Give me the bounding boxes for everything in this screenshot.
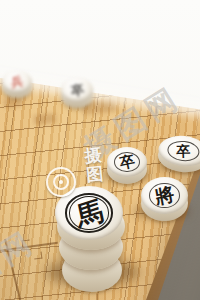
watermark-logo-dot	[59, 180, 63, 184]
piece-character: 兵	[10, 75, 24, 89]
piece-face: 將	[141, 177, 188, 214]
piece-character: 卒	[69, 82, 84, 97]
piece-soldier-blurred-center: 卒	[61, 78, 93, 110]
piece-character: 卒	[176, 144, 190, 158]
piece-stack: 馬	[55, 186, 127, 296]
piece-soldier-corner: 卒	[156, 133, 200, 176]
piece-character: 馬	[73, 196, 104, 231]
piece-general-right: 將	[141, 177, 188, 223]
piece-face: 兵	[2, 71, 32, 93]
piece-character: 將	[154, 184, 176, 207]
piece-character: 卒	[118, 153, 136, 171]
piece-face: 卒	[61, 78, 93, 102]
watermark-logo-char-bottom: 图	[84, 164, 106, 185]
watermark-logo-icon	[46, 167, 76, 197]
piece-soldier-blurred-left: 兵	[2, 71, 32, 101]
photo-scene: 兵 卒 卒 將 卒	[0, 0, 200, 300]
watermark-logo-text: 摄 图	[82, 145, 106, 185]
